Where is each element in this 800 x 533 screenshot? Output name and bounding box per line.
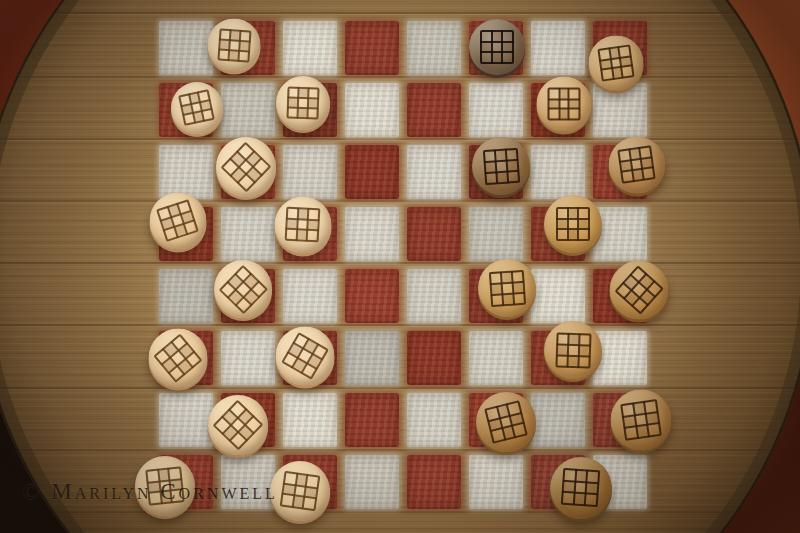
engraved-grid-pattern [213, 400, 264, 451]
engraved-grid-pattern [618, 146, 657, 185]
piece-h3-dark[interactable] [609, 137, 666, 194]
piece-b3-light[interactable] [216, 137, 276, 197]
engraved-grid-pattern [286, 86, 320, 120]
engraved-grid-pattern [620, 399, 661, 440]
engraved-grid-pattern [285, 207, 321, 243]
piece-a2-light[interactable] [171, 82, 223, 134]
engraved-grid-pattern [597, 44, 634, 81]
piece-g4-dark[interactable] [544, 195, 602, 253]
piece-c6-light[interactable] [276, 327, 335, 386]
piece-h7-dark[interactable] [611, 390, 672, 451]
engraved-grid-pattern [614, 265, 664, 315]
piece-c2-light[interactable] [276, 76, 330, 130]
engraved-grid-pattern [221, 142, 272, 193]
piece-b5-light[interactable] [214, 260, 272, 318]
checkers-photo-scene: © Marilyn Cornwell [0, 0, 800, 533]
piece-h5-dark[interactable] [610, 261, 669, 320]
piece-g2-dark[interactable] [537, 77, 592, 132]
engraved-grid-pattern [561, 468, 601, 508]
pieces-layer [0, 0, 800, 533]
piece-g6-dark[interactable] [544, 321, 602, 379]
engraved-grid-pattern [488, 269, 525, 306]
piece-f1-dark[interactable] [469, 19, 525, 75]
engraved-grid-pattern [178, 89, 215, 126]
engraved-grid-pattern [556, 207, 591, 242]
engraved-grid-pattern [482, 147, 519, 184]
piece-f3-dark[interactable] [472, 137, 530, 195]
piece-f7-dark[interactable] [476, 392, 536, 452]
piece-h1-dark[interactable] [589, 36, 644, 91]
engraved-grid-pattern [555, 332, 591, 368]
engraved-grid-pattern [218, 264, 267, 313]
engraved-grid-pattern [480, 30, 514, 64]
engraved-grid-pattern [217, 28, 251, 62]
engraved-grid-pattern [281, 332, 329, 380]
engraved-grid-pattern [153, 333, 203, 383]
piece-g8-dark[interactable] [550, 457, 612, 519]
engraved-grid-pattern [484, 400, 528, 444]
piece-b1-light[interactable] [208, 19, 261, 72]
engraved-grid-pattern [156, 199, 199, 242]
piece-a4-light[interactable] [150, 193, 207, 250]
piece-b7-light[interactable] [208, 395, 268, 455]
piece-c8-light[interactable] [270, 461, 330, 521]
piece-f5-dark[interactable] [478, 259, 536, 317]
engraved-grid-pattern [548, 88, 581, 121]
engraved-grid-pattern [280, 471, 321, 512]
piece-a6-light[interactable] [149, 329, 208, 388]
photographer-watermark: © Marilyn Cornwell [22, 479, 278, 505]
piece-c4-light[interactable] [275, 197, 332, 254]
